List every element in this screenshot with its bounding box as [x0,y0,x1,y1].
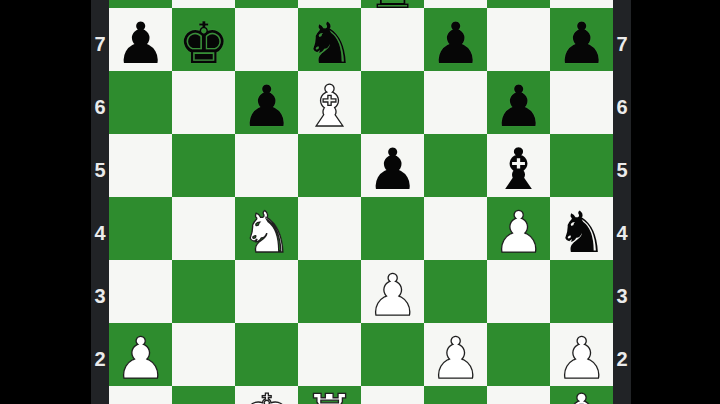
rank-label-left-3: 3 [91,285,109,307]
white-rook-icon: ♜ [304,384,355,404]
black-pawn-icon: ♟ [241,75,292,138]
square-b2[interactable] [172,323,235,386]
square-d7[interactable]: ♞ [298,8,361,71]
square-c2[interactable] [235,323,298,386]
white-bishop-icon: ♝ [556,384,607,404]
square-f2[interactable]: ♟ [424,323,487,386]
square-c8[interactable] [235,0,298,8]
black-pawn-icon: ♟ [493,75,544,138]
square-c5[interactable] [235,134,298,197]
black-pawn-icon: ♟ [430,12,481,75]
square-g7[interactable] [487,8,550,71]
square-b4[interactable] [172,197,235,260]
square-a3[interactable] [109,260,172,323]
square-e6[interactable] [361,71,424,134]
black-knight-icon: ♞ [304,12,355,75]
square-d3[interactable] [298,260,361,323]
square-g5[interactable]: ♝ [487,134,550,197]
square-b3[interactable] [172,260,235,323]
rank-label-left-2: 2 [91,348,109,370]
rank-label-right-6: 6 [613,96,631,118]
black-pawn-icon: ♟ [367,138,418,201]
black-bishop-icon: ♝ [493,138,544,201]
rank-label-left-7: 7 [91,33,109,55]
rank-gutter-left: 765432 [91,0,109,404]
rank-label-right-7: 7 [613,33,631,55]
square-e5[interactable]: ♟ [361,134,424,197]
white-pawn-icon: ♟ [493,201,544,264]
white-knight-icon: ♞ [241,201,292,264]
black-pawn-icon: ♟ [556,12,607,75]
black-king-icon: ♚ [178,12,229,75]
square-c1[interactable]: ♚ [235,386,298,404]
square-c7[interactable] [235,8,298,71]
square-h4[interactable]: ♞ [550,197,613,260]
square-a7[interactable]: ♟ [109,8,172,71]
square-c3[interactable] [235,260,298,323]
chess-board: ♜♟♚♞♟♟♟♝♟♟♝♞♟♞♟♟♟♟♚♜♝ [109,0,613,404]
square-a4[interactable] [109,197,172,260]
rank-label-right-2: 2 [613,348,631,370]
square-a5[interactable] [109,134,172,197]
square-g3[interactable] [487,260,550,323]
square-g6[interactable]: ♟ [487,71,550,134]
square-f3[interactable] [424,260,487,323]
rank-label-left-4: 4 [91,222,109,244]
square-d5[interactable] [298,134,361,197]
square-g2[interactable] [487,323,550,386]
square-f4[interactable] [424,197,487,260]
white-bishop-icon: ♝ [304,75,355,138]
white-pawn-icon: ♟ [556,327,607,390]
rank-gutter-right: 765432 [613,0,631,404]
square-h3[interactable] [550,260,613,323]
square-g1[interactable] [487,386,550,404]
square-h8[interactable] [550,0,613,8]
square-b8[interactable] [172,0,235,8]
white-pawn-icon: ♟ [430,327,481,390]
square-b7[interactable]: ♚ [172,8,235,71]
square-d6[interactable]: ♝ [298,71,361,134]
square-d4[interactable] [298,197,361,260]
square-g4[interactable]: ♟ [487,197,550,260]
square-e3[interactable]: ♟ [361,260,424,323]
square-a2[interactable]: ♟ [109,323,172,386]
square-d1[interactable]: ♜ [298,386,361,404]
square-f6[interactable] [424,71,487,134]
square-b5[interactable] [172,134,235,197]
rank-label-right-5: 5 [613,159,631,181]
black-pawn-icon: ♟ [115,12,166,75]
square-c6[interactable]: ♟ [235,71,298,134]
rank-label-right-3: 3 [613,285,631,307]
square-h7[interactable]: ♟ [550,8,613,71]
square-h1[interactable]: ♝ [550,386,613,404]
square-b1[interactable] [172,386,235,404]
black-rook-icon: ♜ [367,0,418,20]
square-e4[interactable] [361,197,424,260]
square-b6[interactable] [172,71,235,134]
square-d2[interactable] [298,323,361,386]
rank-label-left-5: 5 [91,159,109,181]
square-h6[interactable] [550,71,613,134]
white-pawn-icon: ♟ [115,327,166,390]
video-frame: 765432 765432 ♜♟♚♞♟♟♟♝♟♟♝♞♟♞♟♟♟♟♚♜♝ [0,0,720,404]
rank-label-right-4: 4 [613,222,631,244]
square-a8[interactable] [109,0,172,8]
square-f8[interactable] [424,0,487,8]
square-e8[interactable]: ♜ [361,0,424,8]
square-h2[interactable]: ♟ [550,323,613,386]
rank-label-left-6: 6 [91,96,109,118]
square-e2[interactable] [361,323,424,386]
square-d8[interactable] [298,0,361,8]
square-h5[interactable] [550,134,613,197]
square-c4[interactable]: ♞ [235,197,298,260]
square-f5[interactable] [424,134,487,197]
square-g8[interactable] [487,0,550,8]
square-f7[interactable]: ♟ [424,8,487,71]
black-knight-icon: ♞ [556,201,607,264]
white-king-icon: ♚ [241,384,292,404]
white-pawn-icon: ♟ [367,264,418,327]
square-a6[interactable] [109,71,172,134]
square-e1[interactable] [361,386,424,404]
